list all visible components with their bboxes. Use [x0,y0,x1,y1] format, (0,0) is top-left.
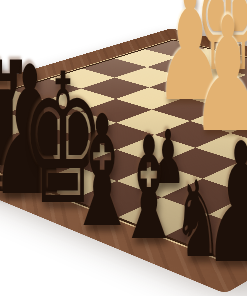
black-pawn-piece: ♟ [203,122,247,288]
pieces-layer: ♜ ♟ ♚ ♝ ♟ ♝ ♞ ♟ ♟ ♚ ♟ [0,0,247,296]
black-bishop-piece: ♝ [116,118,182,260]
chess-set-photo: ♜ ♟ ♚ ♝ ♟ ♝ ♞ ♟ ♟ ♚ ♟ [0,0,247,296]
